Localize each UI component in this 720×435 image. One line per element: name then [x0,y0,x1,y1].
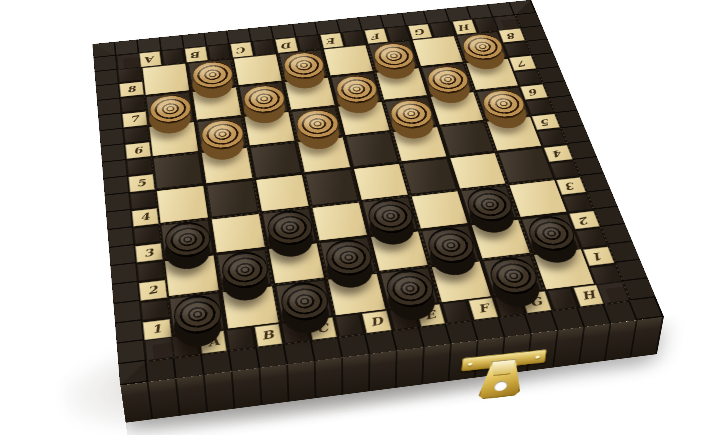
file-label-top-c-text: C [236,46,248,55]
rank-label-right-8: 8 [499,28,526,42]
border-tile [208,44,231,60]
border-tile [137,261,165,281]
rank-label-right-8-text: 8 [506,31,518,39]
rank-label-left-3-text: 3 [143,247,155,258]
rank-label-right-6-text: 6 [528,87,540,96]
file-label-top-h: H [452,19,477,34]
rank-label-left-2: 2 [139,280,168,300]
rank-label-right-4-text: 4 [552,148,565,158]
rank-label-left-4: 4 [132,208,159,227]
square-f5[interactable] [393,127,446,161]
border-tile [121,96,146,112]
file-label-top-c: C [230,42,253,58]
brass-clasp[interactable] [457,349,547,404]
square-e8[interactable] [324,45,373,75]
file-label-top-d-text: D [280,41,293,50]
rank-label-left-6: 6 [125,142,151,159]
border-tile [118,67,142,82]
rank-label-left-7-text: 7 [130,115,141,124]
square-a6[interactable] [149,122,198,156]
rank-label-left-8-text: 8 [126,85,136,94]
rank-label-left-6-text: 6 [133,146,144,156]
file-label-top-a-text: A [145,55,156,64]
rank-label-right-5: 5 [532,114,561,130]
rank-label-right-7-text: 7 [517,59,529,68]
file-label-top-b-text: B [190,50,202,59]
square-e6[interactable] [338,102,389,135]
checkers-board-box: ABCDEFGH ABCDEFGH 87654321 87654321 [93,0,664,385]
file-label-top-h-text: H [457,23,471,32]
square-f7[interactable] [376,68,427,99]
file-label-top-e-text: E [326,36,338,44]
rank-label-left-2-text: 2 [147,284,159,296]
border-tile [133,225,160,244]
border-tile [386,26,410,41]
square-g5[interactable] [440,122,494,156]
square-g6[interactable] [431,92,483,125]
square-e5[interactable] [346,132,399,166]
square-d7[interactable] [285,78,335,110]
square-b7[interactable] [193,87,241,119]
rank-label-left-3: 3 [135,243,163,262]
photo-background: ABCDEFGH ABCDEFGH 87654321 87654321 [0,0,720,435]
border-tile [298,35,321,51]
square-d5[interactable] [298,137,350,172]
file-label-top-g-text: G [414,27,427,35]
clasp-screw-right [535,355,540,358]
square-a8[interactable] [143,64,190,95]
border-tile [162,49,185,65]
file-label-top-a: A [139,51,161,67]
border-tile [504,42,531,57]
file-label-top-g: G [408,24,432,39]
rank-label-left-5-text: 5 [136,178,147,188]
rank-label-right-5-text: 5 [540,117,552,126]
border-tile [253,40,276,56]
rank-label-right-2-text: 2 [578,215,592,226]
file-label-top-f: F [364,28,388,44]
square-c6[interactable] [244,112,294,146]
file-label-top-d: D [275,37,298,53]
square-g8[interactable] [413,36,463,66]
rank-label-left-4-text: 4 [140,212,151,223]
rank-label-right-7: 7 [509,56,536,71]
file-label-top-b: B [185,47,208,63]
clasp-screw-left [468,362,473,365]
border-tile [342,31,366,47]
border-tile [141,299,170,320]
file-label-top-f-text: F [371,32,382,40]
square-c8[interactable] [234,54,282,85]
